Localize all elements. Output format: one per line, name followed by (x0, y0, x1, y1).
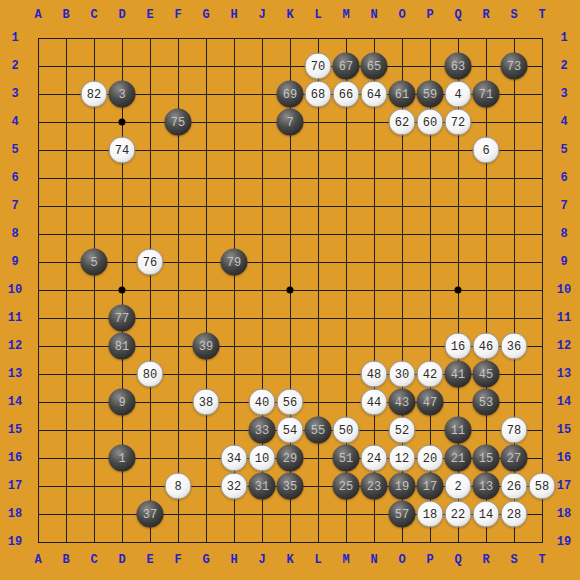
coord-label-left: 4 (11, 116, 18, 128)
go-stone-black[interactable]: 17 (417, 473, 444, 500)
go-stone-white[interactable]: 76 (137, 249, 164, 276)
go-stone-white[interactable]: 4 (445, 81, 472, 108)
coord-label-bottom: L (314, 554, 321, 566)
go-stone-black[interactable]: 73 (501, 53, 528, 80)
go-stone-white[interactable]: 50 (333, 417, 360, 444)
coord-label-bottom: P (426, 554, 433, 566)
coord-label-bottom: O (398, 554, 405, 566)
coord-label-right: 18 (557, 508, 571, 520)
coord-label-bottom: A (34, 554, 41, 566)
coord-label-top: G (202, 9, 209, 21)
coord-label-bottom: E (146, 554, 153, 566)
go-stone-black[interactable]: 39 (193, 333, 220, 360)
go-stone-black[interactable]: 1 (109, 445, 136, 472)
go-stone-white[interactable]: 60 (417, 109, 444, 136)
go-stone-black[interactable]: 51 (333, 445, 360, 472)
go-stone-white[interactable]: 26 (501, 473, 528, 500)
go-stone-black[interactable]: 41 (445, 361, 472, 388)
coord-label-top: T (538, 9, 545, 21)
go-stone-white[interactable]: 46 (473, 333, 500, 360)
go-stone-black[interactable]: 57 (389, 501, 416, 528)
coord-label-top: H (230, 9, 237, 21)
go-stone-black[interactable]: 13 (473, 473, 500, 500)
coord-label-top: L (314, 9, 321, 21)
star-point (287, 287, 294, 294)
go-stone-white[interactable]: 56 (277, 389, 304, 416)
coord-label-left: 19 (8, 536, 22, 548)
coord-label-right: 2 (560, 60, 567, 72)
go-stone-white[interactable]: 80 (137, 361, 164, 388)
go-stone-white[interactable]: 66 (333, 81, 360, 108)
go-stone-white[interactable]: 28 (501, 501, 528, 528)
go-stone-black[interactable]: 3 (109, 81, 136, 108)
go-stone-white[interactable]: 14 (473, 501, 500, 528)
go-stone-black[interactable]: 53 (473, 389, 500, 416)
coord-label-top: S (510, 9, 517, 21)
go-stone-white[interactable]: 8 (165, 473, 192, 500)
go-stone-black[interactable]: 23 (361, 473, 388, 500)
coord-label-top: P (426, 9, 433, 21)
go-stone-black[interactable]: 75 (165, 109, 192, 136)
grid-hline (38, 542, 543, 543)
grid-vline (542, 38, 543, 543)
coord-label-right: 5 (560, 144, 567, 156)
coord-label-left: 9 (11, 256, 18, 268)
coord-label-top: C (90, 9, 97, 21)
go-stone-white[interactable]: 72 (445, 109, 472, 136)
coord-label-top: M (342, 9, 349, 21)
go-stone-black[interactable]: 35 (277, 473, 304, 500)
go-stone-white[interactable]: 44 (361, 389, 388, 416)
coord-label-right: 15 (557, 424, 571, 436)
coord-label-right: 4 (560, 116, 567, 128)
coord-label-right: 7 (560, 200, 567, 212)
coord-label-right: 13 (557, 368, 571, 380)
go-stone-black[interactable]: 67 (333, 53, 360, 80)
coord-label-left: 5 (11, 144, 18, 156)
coord-label-left: 14 (8, 396, 22, 408)
coord-label-bottom: S (510, 554, 517, 566)
go-stone-white[interactable]: 12 (389, 445, 416, 472)
go-stone-black[interactable]: 7 (277, 109, 304, 136)
go-stone-white[interactable]: 22 (445, 501, 472, 528)
go-stone-black[interactable]: 9 (109, 389, 136, 416)
go-stone-black[interactable]: 19 (389, 473, 416, 500)
go-stone-white[interactable]: 40 (249, 389, 276, 416)
coord-label-left: 15 (8, 424, 22, 436)
coord-label-left: 2 (11, 60, 18, 72)
go-stone-black[interactable]: 45 (473, 361, 500, 388)
coord-label-top: J (258, 9, 265, 21)
coord-label-top: B (62, 9, 69, 21)
coord-label-left: 7 (11, 200, 18, 212)
coord-label-top: R (482, 9, 489, 21)
go-stone-black[interactable]: 29 (277, 445, 304, 472)
star-point (119, 119, 126, 126)
go-stone-white[interactable]: 64 (361, 81, 388, 108)
go-stone-white[interactable]: 18 (417, 501, 444, 528)
coord-label-bottom: K (286, 554, 293, 566)
go-stone-black[interactable]: 27 (501, 445, 528, 472)
coord-label-bottom: N (370, 554, 377, 566)
go-stone-white[interactable]: 70 (305, 53, 332, 80)
coord-label-right: 8 (560, 228, 567, 240)
coord-label-bottom: D (118, 554, 125, 566)
coord-label-top: Q (454, 9, 461, 21)
coord-label-bottom: C (90, 554, 97, 566)
go-stone-black[interactable]: 37 (137, 501, 164, 528)
coord-label-left: 3 (11, 88, 18, 100)
go-stone-black[interactable]: 43 (389, 389, 416, 416)
go-stone-black[interactable]: 25 (333, 473, 360, 500)
go-stone-white[interactable]: 82 (81, 81, 108, 108)
go-stone-black[interactable]: 33 (249, 417, 276, 444)
coord-label-right: 1 (560, 32, 567, 44)
go-stone-black[interactable]: 61 (389, 81, 416, 108)
coord-label-right: 11 (557, 312, 571, 324)
coord-label-top: A (34, 9, 41, 21)
coord-label-right: 12 (557, 340, 571, 352)
coord-label-right: 3 (560, 88, 567, 100)
go-stone-black[interactable]: 77 (109, 305, 136, 332)
coord-label-bottom: M (342, 554, 349, 566)
coord-label-right: 14 (557, 396, 571, 408)
coord-label-bottom: R (482, 554, 489, 566)
go-stone-white[interactable]: 32 (221, 473, 248, 500)
go-stone-white[interactable]: 54 (277, 417, 304, 444)
coord-label-top: K (286, 9, 293, 21)
go-stone-white[interactable]: 58 (529, 473, 556, 500)
coord-label-left: 16 (8, 452, 22, 464)
go-stone-black[interactable]: 11 (445, 417, 472, 444)
go-stone-white[interactable]: 30 (389, 361, 416, 388)
coord-label-left: 18 (8, 508, 22, 520)
go-stone-white[interactable]: 20 (417, 445, 444, 472)
coord-label-left: 12 (8, 340, 22, 352)
coord-label-left: 13 (8, 368, 22, 380)
go-stone-black[interactable]: 81 (109, 333, 136, 360)
go-stone-white[interactable]: 68 (305, 81, 332, 108)
coord-label-top: F (174, 9, 181, 21)
grid-vline (318, 38, 319, 543)
coord-label-right: 19 (557, 536, 571, 548)
coord-label-right: 17 (557, 480, 571, 492)
go-stone-white[interactable]: 52 (389, 417, 416, 444)
go-stone-white[interactable]: 24 (361, 445, 388, 472)
coord-label-right: 6 (560, 172, 567, 184)
go-stone-black[interactable]: 63 (445, 53, 472, 80)
coord-label-bottom: T (538, 554, 545, 566)
go-stone-black[interactable]: 79 (221, 249, 248, 276)
go-stone-white[interactable]: 48 (361, 361, 388, 388)
go-stone-black[interactable]: 71 (473, 81, 500, 108)
coord-label-bottom: B (62, 554, 69, 566)
go-stone-black[interactable]: 69 (277, 81, 304, 108)
star-point (119, 287, 126, 294)
go-stone-black[interactable]: 21 (445, 445, 472, 472)
coord-label-bottom: Q (454, 554, 461, 566)
go-stone-white[interactable]: 16 (445, 333, 472, 360)
go-stone-white[interactable]: 36 (501, 333, 528, 360)
go-stone-white[interactable]: 78 (501, 417, 528, 444)
coord-label-top: D (118, 9, 125, 21)
star-point (455, 287, 462, 294)
go-stone-black[interactable]: 65 (361, 53, 388, 80)
coord-label-top: O (398, 9, 405, 21)
go-stone-black[interactable]: 47 (417, 389, 444, 416)
coord-label-left: 10 (8, 284, 22, 296)
coord-label-left: 11 (8, 312, 22, 324)
coord-label-bottom: H (230, 554, 237, 566)
coord-label-bottom: G (202, 554, 209, 566)
go-stone-black[interactable]: 31 (249, 473, 276, 500)
coord-label-left: 6 (11, 172, 18, 184)
coord-label-right: 9 (560, 256, 567, 268)
coord-label-bottom: J (258, 554, 265, 566)
coord-label-right: 10 (557, 284, 571, 296)
coord-label-top: E (146, 9, 153, 21)
go-stone-white[interactable]: 34 (221, 445, 248, 472)
go-stone-white[interactable]: 6 (473, 137, 500, 164)
go-board[interactable]: AABBCCDDEEFFGGHHJJKKLLMMNNOOPPQQRRSSTT11… (0, 0, 580, 580)
go-stone-white[interactable]: 42 (417, 361, 444, 388)
go-stone-white[interactable]: 62 (389, 109, 416, 136)
coord-label-right: 16 (557, 452, 571, 464)
go-stone-white[interactable]: 38 (193, 389, 220, 416)
go-stone-white[interactable]: 2 (445, 473, 472, 500)
go-stone-black[interactable]: 15 (473, 445, 500, 472)
go-stone-white[interactable]: 74 (109, 137, 136, 164)
coord-label-left: 1 (11, 32, 18, 44)
coord-label-top: N (370, 9, 377, 21)
go-stone-black[interactable]: 5 (81, 249, 108, 276)
coord-label-left: 8 (11, 228, 18, 240)
coord-label-left: 17 (8, 480, 22, 492)
go-stone-black[interactable]: 59 (417, 81, 444, 108)
go-stone-white[interactable]: 10 (249, 445, 276, 472)
coord-label-bottom: F (174, 554, 181, 566)
go-stone-black[interactable]: 55 (305, 417, 332, 444)
